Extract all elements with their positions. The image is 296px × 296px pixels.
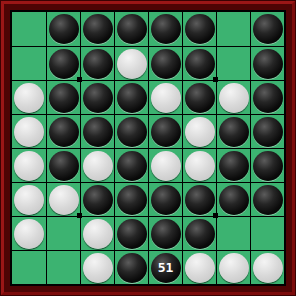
white-disc bbox=[219, 83, 249, 113]
black-disc bbox=[185, 83, 215, 113]
star-point bbox=[213, 213, 218, 218]
othello-board: 51 bbox=[12, 12, 284, 284]
cell-f5[interactable] bbox=[182, 148, 216, 182]
cell-f1[interactable] bbox=[182, 12, 216, 46]
cell-d2[interactable] bbox=[114, 46, 148, 80]
last-move-number: 51 bbox=[158, 261, 174, 274]
black-disc bbox=[151, 49, 181, 79]
black-disc bbox=[219, 185, 249, 215]
cell-a1[interactable] bbox=[12, 12, 46, 46]
cell-b3[interactable] bbox=[46, 80, 80, 114]
white-disc bbox=[253, 253, 283, 283]
cell-b7[interactable] bbox=[46, 216, 80, 250]
black-disc bbox=[151, 219, 181, 249]
black-disc bbox=[117, 151, 147, 181]
black-disc bbox=[185, 49, 215, 79]
cell-d5[interactable] bbox=[114, 148, 148, 182]
cell-a3[interactable] bbox=[12, 80, 46, 114]
cell-e5[interactable] bbox=[148, 148, 182, 182]
black-disc bbox=[49, 117, 79, 147]
cell-h2[interactable] bbox=[250, 46, 284, 80]
cell-f6[interactable] bbox=[182, 182, 216, 216]
cell-e6[interactable] bbox=[148, 182, 182, 216]
cell-f2[interactable] bbox=[182, 46, 216, 80]
cell-h5[interactable] bbox=[250, 148, 284, 182]
cell-a2[interactable] bbox=[12, 46, 46, 80]
board-border: 51 bbox=[10, 10, 286, 286]
black-disc bbox=[185, 14, 215, 44]
black-disc bbox=[49, 151, 79, 181]
cell-c8[interactable] bbox=[80, 250, 114, 284]
cell-h7[interactable] bbox=[250, 216, 284, 250]
black-disc bbox=[83, 14, 113, 44]
white-disc bbox=[185, 253, 215, 283]
cell-d7[interactable] bbox=[114, 216, 148, 250]
black-disc bbox=[83, 117, 113, 147]
black-disc bbox=[253, 83, 283, 113]
cell-g4[interactable] bbox=[216, 114, 250, 148]
white-disc bbox=[83, 219, 113, 249]
cell-e1[interactable] bbox=[148, 12, 182, 46]
black-disc bbox=[117, 219, 147, 249]
cell-g2[interactable] bbox=[216, 46, 250, 80]
cell-g3[interactable] bbox=[216, 80, 250, 114]
star-point bbox=[213, 77, 218, 82]
white-disc bbox=[14, 83, 44, 113]
white-disc bbox=[14, 219, 44, 249]
black-disc bbox=[185, 219, 215, 249]
black-disc bbox=[117, 117, 147, 147]
cell-d4[interactable] bbox=[114, 114, 148, 148]
cell-a6[interactable] bbox=[12, 182, 46, 216]
cell-c7[interactable] bbox=[80, 216, 114, 250]
cell-c3[interactable] bbox=[80, 80, 114, 114]
black-disc bbox=[117, 14, 147, 44]
cell-b5[interactable] bbox=[46, 148, 80, 182]
cell-f8[interactable] bbox=[182, 250, 216, 284]
cell-d6[interactable] bbox=[114, 182, 148, 216]
cell-g7[interactable] bbox=[216, 216, 250, 250]
star-point bbox=[77, 77, 82, 82]
cell-g5[interactable] bbox=[216, 148, 250, 182]
black-disc bbox=[49, 83, 79, 113]
black-disc bbox=[49, 14, 79, 44]
black-disc bbox=[83, 83, 113, 113]
cell-c4[interactable] bbox=[80, 114, 114, 148]
cell-c6[interactable] bbox=[80, 182, 114, 216]
cell-h3[interactable] bbox=[250, 80, 284, 114]
white-disc bbox=[14, 117, 44, 147]
cell-c1[interactable] bbox=[80, 12, 114, 46]
black-disc bbox=[83, 185, 113, 215]
cell-g6[interactable] bbox=[216, 182, 250, 216]
cell-c5[interactable] bbox=[80, 148, 114, 182]
cell-d8[interactable] bbox=[114, 250, 148, 284]
cell-b2[interactable] bbox=[46, 46, 80, 80]
black-disc bbox=[253, 185, 283, 215]
cell-e3[interactable] bbox=[148, 80, 182, 114]
black-disc bbox=[253, 49, 283, 79]
black-disc bbox=[117, 185, 147, 215]
white-disc bbox=[14, 151, 44, 181]
cell-b1[interactable] bbox=[46, 12, 80, 46]
white-disc bbox=[83, 253, 113, 283]
black-disc bbox=[219, 117, 249, 147]
black-disc bbox=[83, 49, 113, 79]
cell-f7[interactable] bbox=[182, 216, 216, 250]
cell-b8[interactable] bbox=[46, 250, 80, 284]
cell-b4[interactable] bbox=[46, 114, 80, 148]
black-disc bbox=[117, 83, 147, 113]
cell-e4[interactable] bbox=[148, 114, 182, 148]
star-point bbox=[77, 213, 82, 218]
cell-d3[interactable] bbox=[114, 80, 148, 114]
cell-h1[interactable] bbox=[250, 12, 284, 46]
black-disc: 51 bbox=[151, 253, 181, 283]
black-disc bbox=[253, 151, 283, 181]
cell-g1[interactable] bbox=[216, 12, 250, 46]
black-disc bbox=[117, 253, 147, 283]
black-disc bbox=[151, 185, 181, 215]
cell-g8[interactable] bbox=[216, 250, 250, 284]
black-disc bbox=[253, 117, 283, 147]
black-disc bbox=[151, 117, 181, 147]
board-frame-outer: 51 bbox=[0, 0, 296, 296]
cell-a5[interactable] bbox=[12, 148, 46, 182]
cell-e7[interactable] bbox=[148, 216, 182, 250]
cell-c2[interactable] bbox=[80, 46, 114, 80]
cell-a7[interactable] bbox=[12, 216, 46, 250]
white-disc bbox=[185, 117, 215, 147]
cell-h6[interactable] bbox=[250, 182, 284, 216]
white-disc bbox=[83, 151, 113, 181]
white-disc bbox=[49, 185, 79, 215]
white-disc bbox=[185, 151, 215, 181]
white-disc bbox=[151, 151, 181, 181]
cell-e2[interactable] bbox=[148, 46, 182, 80]
cell-d1[interactable] bbox=[114, 12, 148, 46]
cell-a8[interactable] bbox=[12, 250, 46, 284]
cell-h4[interactable] bbox=[250, 114, 284, 148]
white-disc bbox=[14, 185, 44, 215]
black-disc bbox=[49, 49, 79, 79]
cell-e8[interactable]: 51 bbox=[148, 250, 182, 284]
black-disc bbox=[253, 14, 283, 44]
cell-b6[interactable] bbox=[46, 182, 80, 216]
black-disc bbox=[151, 14, 181, 44]
cell-f3[interactable] bbox=[182, 80, 216, 114]
cell-f4[interactable] bbox=[182, 114, 216, 148]
black-disc bbox=[219, 151, 249, 181]
cell-a4[interactable] bbox=[12, 114, 46, 148]
board-frame-red: 51 bbox=[1, 1, 295, 295]
white-disc bbox=[219, 253, 249, 283]
white-disc bbox=[117, 49, 147, 79]
white-disc bbox=[151, 83, 181, 113]
black-disc bbox=[185, 185, 215, 215]
cell-h8[interactable] bbox=[250, 250, 284, 284]
